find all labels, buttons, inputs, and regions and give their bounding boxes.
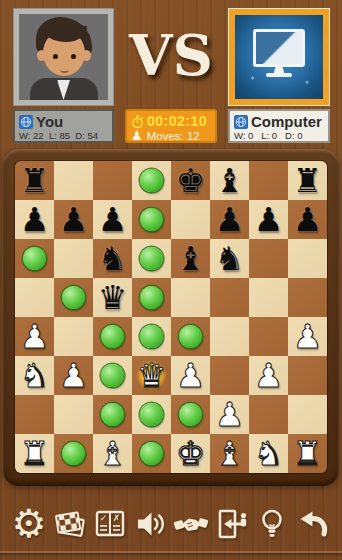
square-g6[interactable] <box>249 239 288 278</box>
white-knight-a3[interactable]: ♞ <box>20 356 50 395</box>
square-b4[interactable] <box>54 317 93 356</box>
legal-move-dot-c2[interactable] <box>101 403 124 426</box>
square-e2[interactable] <box>171 395 210 434</box>
gear-icon: ⚙ <box>12 504 47 544</box>
chess-app: VS You W: 22 L: 85 D: 54 00:02:10 ♟ Move… <box>0 0 342 560</box>
player-name: Computer <box>251 113 322 130</box>
square-g5[interactable] <box>249 278 288 317</box>
white-pawn-g3[interactable]: ♟ <box>254 356 284 395</box>
square-a2[interactable] <box>15 395 54 434</box>
square-b6[interactable] <box>54 239 93 278</box>
square-a4[interactable]: ♟ <box>15 317 54 356</box>
legal-move-dot-d8[interactable] <box>140 169 163 192</box>
wood-plank-seam <box>0 551 342 553</box>
white-pawn-b3[interactable]: ♟ <box>59 356 89 395</box>
square-b1[interactable] <box>54 434 93 473</box>
square-e8[interactable]: ♚ <box>171 161 210 200</box>
black-pawn-g7[interactable]: ♟ <box>254 200 284 239</box>
square-g7[interactable]: ♟ <box>249 200 288 239</box>
square-c5[interactable]: ♛ <box>93 278 132 317</box>
square-h2[interactable] <box>288 395 327 434</box>
black-knight-f6[interactable]: ♞ <box>215 239 245 278</box>
square-d6[interactable] <box>132 239 171 278</box>
square-h3[interactable] <box>288 356 327 395</box>
legal-move-dot-e2[interactable] <box>179 403 202 426</box>
white-king-e1[interactable]: ♚ <box>176 434 206 473</box>
square-b7[interactable]: ♟ <box>54 200 93 239</box>
white-pawn-a4[interactable]: ♟ <box>20 317 50 356</box>
monitor-icon <box>253 29 305 67</box>
game-record-button[interactable]: ✓ ✗ <box>92 504 128 544</box>
square-a5[interactable] <box>15 278 54 317</box>
svg-text:✗: ✗ <box>113 513 121 523</box>
square-d1[interactable] <box>132 434 171 473</box>
moves-count: Moves: 12 <box>147 130 200 142</box>
square-c6[interactable]: ♞ <box>93 239 132 278</box>
white-pawn-f2[interactable]: ♟ <box>215 395 245 434</box>
square-e4[interactable] <box>171 317 210 356</box>
square-a7[interactable]: ♟ <box>15 200 54 239</box>
white-queen-d3[interactable]: ♛ <box>137 356 167 395</box>
offer-draw-button[interactable] <box>173 504 209 544</box>
settings-button[interactable]: ⚙ <box>11 504 47 544</box>
black-rook-a8[interactable]: ♜ <box>20 161 50 200</box>
square-e7[interactable] <box>171 200 210 239</box>
square-f5[interactable] <box>210 278 249 317</box>
square-b2[interactable] <box>54 395 93 434</box>
legal-move-dot-c3[interactable] <box>101 364 124 387</box>
black-queen-c5[interactable]: ♛ <box>98 278 128 317</box>
square-d8[interactable] <box>132 161 171 200</box>
black-knight-c6[interactable]: ♞ <box>98 239 128 278</box>
square-g1[interactable]: ♞ <box>249 434 288 473</box>
legal-move-dot-d1[interactable] <box>140 442 163 465</box>
player-stats: W: 22 L: 85 D: 54 <box>19 130 108 142</box>
lightbulb-icon <box>257 508 287 540</box>
square-e1[interactable]: ♚ <box>171 434 210 473</box>
square-c3[interactable] <box>93 356 132 395</box>
square-b3[interactable]: ♟ <box>54 356 93 395</box>
player-stats: W: 0 L: 0 D: 0 <box>234 130 324 142</box>
white-pawn-e3[interactable]: ♟ <box>176 356 206 395</box>
square-d2[interactable] <box>132 395 171 434</box>
legal-move-dot-d2[interactable] <box>140 403 163 426</box>
square-g2[interactable] <box>249 395 288 434</box>
square-g3[interactable]: ♟ <box>249 356 288 395</box>
square-f1[interactable]: ♝ <box>210 434 249 473</box>
square-h7[interactable]: ♟ <box>288 200 327 239</box>
exit-door-icon <box>216 508 248 540</box>
new-game-button[interactable] <box>52 504 88 544</box>
chessboard-icon <box>54 508 86 540</box>
black-king-e8[interactable]: ♚ <box>176 161 206 200</box>
square-a3[interactable]: ♞ <box>15 356 54 395</box>
square-c2[interactable] <box>93 395 132 434</box>
handshake-icon <box>174 508 208 540</box>
black-rook-h8[interactable]: ♜ <box>293 161 323 200</box>
black-pawn-f7[interactable]: ♟ <box>215 200 245 239</box>
black-pawn-c7[interactable]: ♟ <box>98 200 128 239</box>
square-b5[interactable] <box>54 278 93 317</box>
globe-icon <box>234 115 248 129</box>
globe-icon <box>19 115 33 129</box>
square-d5[interactable] <box>132 278 171 317</box>
square-f4[interactable] <box>210 317 249 356</box>
legal-move-dot-c4[interactable] <box>101 325 124 348</box>
legal-move-dot-e4[interactable] <box>179 325 202 348</box>
speaker-icon <box>136 508 166 540</box>
timer-value: 00:02:10 <box>147 113 207 130</box>
white-rook-a1[interactable]: ♜ <box>20 434 50 473</box>
legal-move-dot-d4[interactable] <box>140 325 163 348</box>
square-h1[interactable]: ♜ <box>288 434 327 473</box>
square-e3[interactable]: ♟ <box>171 356 210 395</box>
white-knight-g1[interactable]: ♞ <box>254 434 284 473</box>
square-a8[interactable]: ♜ <box>15 161 54 200</box>
square-c7[interactable]: ♟ <box>93 200 132 239</box>
computer-avatar <box>228 8 330 106</box>
legal-move-dot-a6[interactable] <box>23 247 46 270</box>
square-e5[interactable] <box>171 278 210 317</box>
legal-move-dot-b5[interactable] <box>62 286 85 309</box>
stopwatch-icon <box>131 115 144 129</box>
legal-move-dot-b1[interactable] <box>62 442 85 465</box>
square-f6[interactable]: ♞ <box>210 239 249 278</box>
black-pawn-b7[interactable]: ♟ <box>59 200 89 239</box>
player-name: You <box>36 113 63 130</box>
black-pawn-a7[interactable]: ♟ <box>20 200 50 239</box>
undo-button[interactable] <box>295 504 331 544</box>
monitor-stand <box>274 66 285 73</box>
undo-arrow-icon <box>297 508 329 540</box>
board-frame: ♜♚♝♜♟♟♟♟♟♟♞♝♞♛♟♟♞♟♛♟♟♟♜♝♚♝♞♜ <box>3 149 339 486</box>
square-f3[interactable] <box>210 356 249 395</box>
square-a6[interactable] <box>15 239 54 278</box>
square-a1[interactable]: ♜ <box>15 434 54 473</box>
bottom-toolbar: ⚙ ✓ ✗ <box>0 497 342 551</box>
square-f7[interactable]: ♟ <box>210 200 249 239</box>
square-g4[interactable] <box>249 317 288 356</box>
resign-exit-button[interactable] <box>214 504 250 544</box>
legal-move-dot-d6[interactable] <box>140 247 163 270</box>
white-rook-h1[interactable]: ♜ <box>293 434 323 473</box>
player-info-computer: Computer W: 0 L: 0 D: 0 <box>228 109 330 143</box>
square-h6[interactable] <box>288 239 327 278</box>
square-d7[interactable] <box>132 200 171 239</box>
square-h4[interactable]: ♟ <box>288 317 327 356</box>
square-b8[interactable] <box>54 161 93 200</box>
hint-button[interactable] <box>254 504 290 544</box>
black-bishop-f8[interactable]: ♝ <box>215 161 245 200</box>
black-pawn-h7[interactable]: ♟ <box>293 200 323 239</box>
svg-text:✓: ✓ <box>100 513 108 523</box>
square-c8[interactable] <box>93 161 132 200</box>
black-bishop-e6[interactable]: ♝ <box>176 239 206 278</box>
square-h8[interactable]: ♜ <box>288 161 327 200</box>
square-f2[interactable]: ♟ <box>210 395 249 434</box>
scoresheet-icon: ✓ ✗ <box>94 508 126 540</box>
white-pawn-h4[interactable]: ♟ <box>293 317 323 356</box>
legal-move-dot-d5[interactable] <box>140 286 163 309</box>
legal-move-dot-d7[interactable] <box>140 208 163 231</box>
square-d3[interactable]: ♛ <box>132 356 171 395</box>
chess-board[interactable]: ♜♚♝♜♟♟♟♟♟♟♞♝♞♛♟♟♞♟♛♟♟♟♜♝♚♝♞♜ <box>15 161 327 473</box>
square-h5[interactable] <box>288 278 327 317</box>
clock-panel: 00:02:10 ♟ Moves: 12 <box>125 109 217 143</box>
square-c4[interactable] <box>93 317 132 356</box>
white-bishop-c1[interactable]: ♝ <box>98 434 128 473</box>
sound-button[interactable] <box>133 504 169 544</box>
square-c1[interactable]: ♝ <box>93 434 132 473</box>
square-f8[interactable]: ♝ <box>210 161 249 200</box>
square-g8[interactable] <box>249 161 288 200</box>
player-info-you: You W: 22 L: 85 D: 54 <box>13 109 114 143</box>
monitor-base <box>266 73 292 77</box>
white-bishop-f1[interactable]: ♝ <box>215 434 245 473</box>
square-d4[interactable] <box>132 317 171 356</box>
square-e6[interactable]: ♝ <box>171 239 210 278</box>
pawn-icon: ♟ <box>131 130 143 142</box>
computer-avatar-circuit <box>235 15 323 99</box>
